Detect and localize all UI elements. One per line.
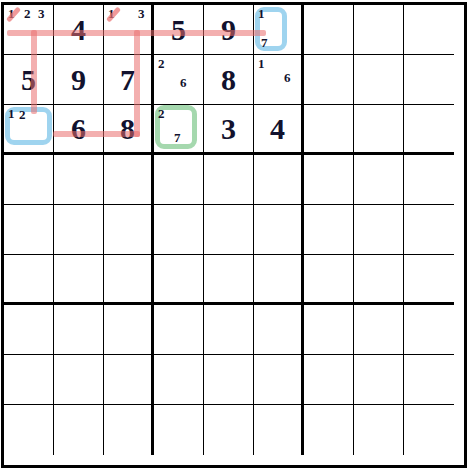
cell-r5c7[interactable] xyxy=(304,205,354,255)
cell-r6c4[interactable] xyxy=(154,255,204,305)
cell-r6c7[interactable] xyxy=(304,255,354,305)
given-digit: 6 xyxy=(54,105,103,152)
cell-r8c8[interactable] xyxy=(354,355,404,405)
cell-r3c3[interactable]: 8 xyxy=(104,105,154,155)
cell-r2c8[interactable] xyxy=(354,55,404,105)
cell-r8c1[interactable] xyxy=(4,355,54,405)
candidate-mark: 7 xyxy=(261,36,268,49)
cell-r6c1[interactable] xyxy=(4,255,54,305)
candidate-mark: 2 xyxy=(158,57,165,70)
cell-r1c9[interactable] xyxy=(404,5,454,55)
cell-r1c8[interactable] xyxy=(354,5,404,55)
cell-r2c5[interactable]: 8 xyxy=(204,55,254,105)
cell-r2c1[interactable]: 5 xyxy=(4,55,54,105)
given-digit: 5 xyxy=(154,5,203,54)
cell-r1c4[interactable]: 5 xyxy=(154,5,204,55)
cell-r9c2[interactable] xyxy=(54,405,104,455)
cell-r3c2[interactable]: 6 xyxy=(54,105,104,155)
cell-r6c9[interactable] xyxy=(404,255,454,305)
sudoku-board: 12341359175972681612682734 xyxy=(1,2,467,468)
cell-r1c2[interactable]: 4 xyxy=(54,5,104,55)
given-digit: 4 xyxy=(54,5,103,54)
cell-r2c6[interactable]: 16 xyxy=(254,55,304,105)
cell-r3c4[interactable]: 27 xyxy=(154,105,204,155)
cell-r8c6[interactable] xyxy=(254,355,304,405)
cell-r1c7[interactable] xyxy=(304,5,354,55)
cell-r6c5[interactable] xyxy=(204,255,254,305)
cell-r5c8[interactable] xyxy=(354,205,404,255)
given-digit: 8 xyxy=(104,105,151,152)
cell-r8c7[interactable] xyxy=(304,355,354,405)
cell-r3c8[interactable] xyxy=(354,105,404,155)
cell-r3c7[interactable] xyxy=(304,105,354,155)
cell-r9c4[interactable] xyxy=(154,405,204,455)
given-digit: 4 xyxy=(254,105,301,152)
cell-r2c7[interactable] xyxy=(304,55,354,105)
cell-r3c1[interactable]: 12 xyxy=(4,105,54,155)
given-digit: 9 xyxy=(204,5,253,54)
given-digit: 5 xyxy=(4,55,53,104)
cell-r8c4[interactable] xyxy=(154,355,204,405)
candidate-mark: 1 xyxy=(108,7,115,20)
cell-r3c9[interactable] xyxy=(404,105,454,155)
cell-r5c4[interactable] xyxy=(154,205,204,255)
cell-r4c4[interactable] xyxy=(154,155,204,205)
given-digit: 7 xyxy=(104,55,151,104)
cell-r4c9[interactable] xyxy=(404,155,454,205)
candidate-mark: 7 xyxy=(174,131,181,144)
candidate-mark: 1 xyxy=(258,7,265,20)
candidate-mark: 1 xyxy=(8,7,15,20)
cell-r6c6[interactable] xyxy=(254,255,304,305)
cell-r9c3[interactable] xyxy=(104,405,154,455)
candidate-mark: 2 xyxy=(158,107,165,120)
cell-r8c2[interactable] xyxy=(54,355,104,405)
cell-r7c5[interactable] xyxy=(204,305,254,355)
cell-r9c8[interactable] xyxy=(354,405,404,455)
cell-r8c9[interactable] xyxy=(404,355,454,405)
cell-r7c9[interactable] xyxy=(404,305,454,355)
cell-r9c6[interactable] xyxy=(254,405,304,455)
cell-r5c3[interactable] xyxy=(104,205,154,255)
given-digit: 9 xyxy=(54,55,103,104)
candidate-mark: 2 xyxy=(24,7,31,20)
candidate-mark: 6 xyxy=(284,71,291,84)
cell-r2c9[interactable] xyxy=(404,55,454,105)
cell-r1c3[interactable]: 13 xyxy=(104,5,154,55)
cell-r8c3[interactable] xyxy=(104,355,154,405)
cell-r5c6[interactable] xyxy=(254,205,304,255)
cell-r5c2[interactable] xyxy=(54,205,104,255)
cell-r6c2[interactable] xyxy=(54,255,104,305)
cell-r4c8[interactable] xyxy=(354,155,404,205)
cell-r4c3[interactable] xyxy=(104,155,154,205)
candidate-mark: 3 xyxy=(38,7,45,20)
cell-r9c5[interactable] xyxy=(204,405,254,455)
cell-r9c9[interactable] xyxy=(404,405,454,455)
cell-r3c5[interactable]: 3 xyxy=(204,105,254,155)
cell-r8c5[interactable] xyxy=(204,355,254,405)
candidate-mark: 3 xyxy=(138,7,145,20)
cell-r3c6[interactable]: 4 xyxy=(254,105,304,155)
cell-r4c1[interactable] xyxy=(4,155,54,205)
candidate-mark: 1 xyxy=(258,57,265,70)
given-digit: 8 xyxy=(204,55,253,104)
cell-r7c7[interactable] xyxy=(304,305,354,355)
cell-r5c1[interactable] xyxy=(4,205,54,255)
cell-r1c6[interactable]: 17 xyxy=(254,5,304,55)
cell-r7c8[interactable] xyxy=(354,305,404,355)
cell-r7c2[interactable] xyxy=(54,305,104,355)
cell-r4c5[interactable] xyxy=(204,155,254,205)
candidate-mark: 2 xyxy=(19,108,26,121)
candidate-mark: 6 xyxy=(180,76,187,89)
candidate-mark: 1 xyxy=(8,107,15,120)
cell-r7c1[interactable] xyxy=(4,305,54,355)
cell-r7c4[interactable] xyxy=(154,305,204,355)
cell-r9c7[interactable] xyxy=(304,405,354,455)
cell-r6c8[interactable] xyxy=(354,255,404,305)
cell-r2c2[interactable]: 9 xyxy=(54,55,104,105)
cell-r5c9[interactable] xyxy=(404,205,454,255)
cell-r7c3[interactable] xyxy=(104,305,154,355)
cell-r5c5[interactable] xyxy=(204,205,254,255)
cell-r4c7[interactable] xyxy=(304,155,354,205)
cell-r4c2[interactable] xyxy=(54,155,104,205)
cell-r6c3[interactable] xyxy=(104,255,154,305)
cell-r1c1[interactable]: 123 xyxy=(4,5,54,55)
cell-r1c5[interactable]: 9 xyxy=(204,5,254,55)
cell-r2c4[interactable]: 26 xyxy=(154,55,204,105)
given-digit: 3 xyxy=(204,105,253,152)
cell-r9c1[interactable] xyxy=(4,405,54,455)
cell-r4c6[interactable] xyxy=(254,155,304,205)
cell-r2c3[interactable]: 7 xyxy=(104,55,154,105)
cell-r7c6[interactable] xyxy=(254,305,304,355)
